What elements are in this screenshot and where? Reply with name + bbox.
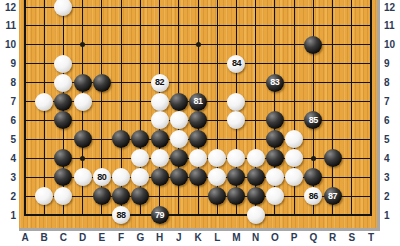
row-label-left-7: 7 (0, 97, 16, 107)
row-label-left-10: 10 (0, 40, 16, 50)
row-label-left-4: 4 (0, 154, 16, 164)
row-label-right-7: 7 (384, 97, 400, 107)
stone-D8 (74, 74, 92, 92)
stone-H6 (151, 111, 169, 129)
grid-line (332, 0, 333, 216)
stone-N1 (247, 206, 265, 224)
stone-J3 (170, 168, 188, 186)
column-label-M: M (229, 233, 243, 243)
row-label-left-11: 11 (0, 21, 16, 31)
column-label-E: E (95, 233, 109, 243)
go-diagram: 84828381858086878879 ABCDEFGHJKLMNOPQRST… (0, 0, 400, 246)
stone-O2 (266, 187, 284, 205)
hoshi-point (311, 156, 316, 161)
row-label-left-8: 8 (0, 78, 16, 88)
stone-J7 (170, 93, 188, 111)
column-label-P: P (287, 233, 301, 243)
column-label-G: G (133, 233, 147, 243)
row-label-left-2: 2 (0, 192, 16, 202)
hoshi-point (196, 42, 201, 47)
row-label-right-11: 11 (384, 21, 400, 31)
stone-C7 (54, 93, 72, 111)
stone-E3: 80 (93, 168, 111, 186)
move-number-label: 83 (270, 78, 279, 87)
column-label-J: J (172, 233, 186, 243)
stone-K7: 81 (189, 93, 207, 111)
move-number-label: 80 (97, 173, 106, 182)
row-label-left-6: 6 (0, 116, 16, 126)
column-label-F: F (114, 233, 128, 243)
row-label-right-8: 8 (384, 78, 400, 88)
stone-D3 (74, 168, 92, 186)
move-number-label: 88 (117, 211, 126, 220)
grid-line (351, 0, 352, 216)
column-label-B: B (37, 233, 51, 243)
column-label-A: A (18, 233, 32, 243)
column-label-H: H (153, 233, 167, 243)
stone-R4 (324, 149, 342, 167)
stone-D7 (74, 93, 92, 111)
move-number-label: 79 (155, 211, 164, 220)
row-label-right-12: 12 (384, 3, 400, 13)
row-label-right-4: 4 (384, 154, 400, 164)
column-label-K: K (191, 233, 205, 243)
column-label-Q: Q (306, 233, 320, 243)
stone-N2 (247, 187, 265, 205)
row-label-right-1: 1 (384, 211, 400, 221)
grid-line (24, 0, 26, 216)
stone-H1: 79 (151, 206, 169, 224)
column-label-D: D (76, 233, 90, 243)
stone-H5 (151, 130, 169, 148)
row-label-right-10: 10 (384, 40, 400, 50)
column-label-L: L (210, 233, 224, 243)
stone-E8 (93, 74, 111, 92)
stone-M7 (227, 93, 245, 111)
column-label-O: O (268, 233, 282, 243)
move-number-label: 87 (328, 192, 337, 201)
stone-C8 (54, 74, 72, 92)
row-label-left-3: 3 (0, 173, 16, 183)
stone-H3 (151, 168, 169, 186)
move-number-label: 86 (309, 192, 318, 201)
column-label-T: T (364, 233, 378, 243)
row-label-right-6: 6 (384, 116, 400, 126)
column-label-C: C (56, 233, 70, 243)
row-label-right-9: 9 (384, 59, 400, 69)
move-number-label: 81 (193, 97, 202, 106)
stone-H4 (151, 149, 169, 167)
move-number-label: 85 (309, 116, 318, 125)
row-label-right-3: 3 (384, 173, 400, 183)
column-label-S: S (345, 233, 359, 243)
stone-N4 (247, 149, 265, 167)
row-label-right-2: 2 (384, 192, 400, 202)
hoshi-point (80, 156, 85, 161)
stone-F1: 88 (112, 206, 130, 224)
stone-B7 (35, 93, 53, 111)
stone-N3 (247, 168, 265, 186)
row-label-left-1: 1 (0, 211, 16, 221)
stone-E2 (93, 187, 111, 205)
row-label-left-5: 5 (0, 135, 16, 145)
stone-H7 (151, 93, 169, 111)
move-number-label: 84 (232, 59, 241, 68)
grid-line (370, 0, 372, 216)
row-label-left-12: 12 (0, 3, 16, 13)
row-label-right-5: 5 (384, 135, 400, 145)
stone-O8: 83 (266, 74, 284, 92)
stone-O3 (266, 168, 284, 186)
stone-J4 (170, 149, 188, 167)
move-number-label: 82 (155, 78, 164, 87)
stone-H8: 82 (151, 74, 169, 92)
row-label-left-9: 9 (0, 59, 16, 69)
stone-R2: 87 (324, 187, 342, 205)
stone-D5 (74, 130, 92, 148)
column-label-R: R (326, 233, 340, 243)
column-label-N: N (249, 233, 263, 243)
